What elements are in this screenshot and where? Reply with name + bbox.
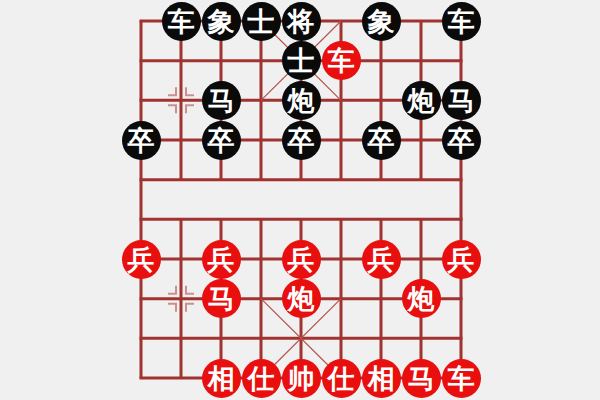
piece-red-cannon[interactable]: 炮 bbox=[402, 279, 441, 318]
piece-red-soldier[interactable]: 兵 bbox=[362, 240, 401, 279]
piece-black-elephant[interactable]: 象 bbox=[362, 2, 401, 41]
piece-red-chariot[interactable]: 车 bbox=[442, 359, 481, 398]
piece-black-soldier[interactable]: 卒 bbox=[202, 121, 241, 160]
piece-black-advisor[interactable]: 士 bbox=[242, 2, 281, 41]
piece-black-horse[interactable]: 马 bbox=[442, 81, 481, 120]
piece-red-elephant[interactable]: 相 bbox=[202, 359, 241, 398]
piece-red-general[interactable]: 帅 bbox=[282, 359, 321, 398]
piece-red-horse[interactable]: 马 bbox=[402, 359, 441, 398]
piece-red-advisor[interactable]: 仕 bbox=[242, 359, 281, 398]
piece-black-cannon[interactable]: 炮 bbox=[402, 81, 441, 120]
piece-red-soldier[interactable]: 兵 bbox=[122, 240, 161, 279]
piece-black-elephant[interactable]: 象 bbox=[202, 2, 241, 41]
xiangqi-board[interactable]: 车象士将象车士车马炮炮马卒卒卒卒卒兵兵兵兵兵马炮炮相仕帅仕相马车 bbox=[0, 0, 600, 400]
piece-black-chariot[interactable]: 车 bbox=[162, 2, 201, 41]
piece-red-soldier[interactable]: 兵 bbox=[202, 240, 241, 279]
piece-black-soldier[interactable]: 卒 bbox=[282, 121, 321, 160]
piece-black-soldier[interactable]: 卒 bbox=[442, 121, 481, 160]
piece-red-soldier[interactable]: 兵 bbox=[282, 240, 321, 279]
piece-black-cannon[interactable]: 炮 bbox=[282, 81, 321, 120]
piece-black-general[interactable]: 将 bbox=[282, 2, 321, 41]
piece-red-chariot[interactable]: 车 bbox=[322, 41, 361, 80]
piece-red-advisor[interactable]: 仕 bbox=[322, 359, 361, 398]
piece-black-soldier[interactable]: 卒 bbox=[362, 121, 401, 160]
piece-red-soldier[interactable]: 兵 bbox=[442, 240, 481, 279]
piece-black-advisor[interactable]: 士 bbox=[282, 41, 321, 80]
piece-black-horse[interactable]: 马 bbox=[202, 81, 241, 120]
piece-black-chariot[interactable]: 车 bbox=[442, 2, 481, 41]
piece-red-elephant[interactable]: 相 bbox=[362, 359, 401, 398]
pieces-layer: 车象士将象车士车马炮炮马卒卒卒卒卒兵兵兵兵兵马炮炮相仕帅仕相马车 bbox=[0, 0, 600, 400]
piece-red-cannon[interactable]: 炮 bbox=[282, 279, 321, 318]
piece-red-horse[interactable]: 马 bbox=[202, 279, 241, 318]
piece-black-soldier[interactable]: 卒 bbox=[122, 121, 161, 160]
